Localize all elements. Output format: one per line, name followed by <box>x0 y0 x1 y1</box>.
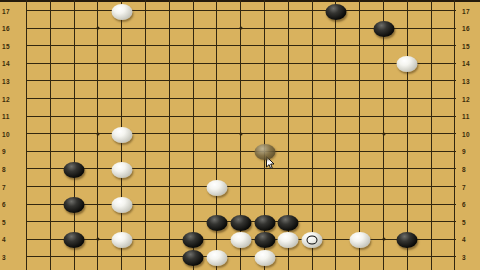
row-label-left-10: 10 <box>2 130 10 137</box>
star-point-D4 <box>96 238 99 241</box>
row-label-left-17: 17 <box>2 7 10 14</box>
stone-black-Q16 <box>373 21 394 37</box>
hover-preview-stone-L9[interactable] <box>254 144 275 160</box>
grid-line-vertical <box>193 0 194 270</box>
row-label-right-12: 12 <box>462 95 470 102</box>
row-label-right-11: 11 <box>462 113 470 120</box>
grid-line-vertical <box>145 0 146 270</box>
stone-black-L5 <box>254 215 275 231</box>
grid-line-vertical <box>335 0 336 270</box>
row-label-left-14: 14 <box>2 60 10 67</box>
row-label-right-13: 13 <box>462 77 470 84</box>
stone-black-H3 <box>183 250 204 266</box>
grid-line-horizontal <box>26 151 456 152</box>
stone-white-R14 <box>397 56 418 72</box>
grid-line-vertical <box>50 0 51 270</box>
row-label-right-9: 9 <box>462 148 466 155</box>
stone-black-L4 <box>254 232 275 248</box>
row-label-left-4: 4 <box>2 236 6 243</box>
grid-line-horizontal <box>26 186 456 187</box>
row-label-left-5: 5 <box>2 218 6 225</box>
stone-white-E6 <box>111 197 132 213</box>
row-label-left-16: 16 <box>2 25 10 32</box>
grid-line-vertical <box>359 0 360 270</box>
grid-line-horizontal <box>26 204 456 205</box>
grid-line-horizontal <box>26 45 456 46</box>
row-label-right-15: 15 <box>462 42 470 49</box>
star-point-D10 <box>96 132 99 135</box>
stone-black-C8 <box>64 162 85 178</box>
row-label-right-8: 8 <box>462 165 466 172</box>
grid-line-vertical <box>454 0 455 270</box>
stone-black-J5 <box>206 215 227 231</box>
star-point-D16 <box>96 27 99 30</box>
grid-line-horizontal <box>26 98 456 99</box>
stone-black-C6 <box>64 197 85 213</box>
row-label-left-6: 6 <box>2 201 6 208</box>
grid-line-vertical <box>169 0 170 270</box>
row-label-right-16: 16 <box>462 25 470 32</box>
row-label-right-4: 4 <box>462 236 466 243</box>
row-label-left-11: 11 <box>2 113 10 120</box>
row-label-right-5: 5 <box>462 218 466 225</box>
grid-line-vertical <box>312 0 313 270</box>
grid-line-vertical <box>407 0 408 270</box>
go-board[interactable]: 1717161615151414131312121111101099887766… <box>0 0 480 270</box>
stone-white-E8 <box>111 162 132 178</box>
stone-white-E4 <box>111 232 132 248</box>
row-label-right-14: 14 <box>462 60 470 67</box>
grid-line-horizontal <box>26 10 456 11</box>
stone-black-K5 <box>230 215 251 231</box>
row-label-left-9: 9 <box>2 148 6 155</box>
grid-line-horizontal <box>26 168 456 169</box>
stone-black-M5 <box>278 215 299 231</box>
stone-black-H4 <box>183 232 204 248</box>
stone-white-K4 <box>230 232 251 248</box>
stone-white-J3 <box>206 250 227 266</box>
row-label-left-7: 7 <box>2 183 6 190</box>
last-move-marker-N4 <box>307 236 318 245</box>
row-label-right-10: 10 <box>462 130 470 137</box>
stone-white-E17 <box>111 4 132 20</box>
star-point-Q10 <box>382 132 385 135</box>
star-point-K10 <box>239 132 242 135</box>
row-label-left-15: 15 <box>2 42 10 49</box>
stone-white-P4 <box>349 232 370 248</box>
stone-white-L3 <box>254 250 275 266</box>
grid-line-horizontal <box>26 256 456 257</box>
row-label-left-3: 3 <box>2 253 6 260</box>
grid-line-horizontal <box>26 80 456 81</box>
row-label-right-7: 7 <box>462 183 466 190</box>
star-point-K16 <box>239 27 242 30</box>
grid-line-horizontal <box>26 116 456 117</box>
grid-line-vertical <box>26 0 27 270</box>
row-label-right-6: 6 <box>462 201 466 208</box>
stone-black-O17 <box>325 4 346 20</box>
row-label-right-3: 3 <box>462 253 466 260</box>
stone-black-R4 <box>397 232 418 248</box>
stone-white-M4 <box>278 232 299 248</box>
row-label-left-8: 8 <box>2 165 6 172</box>
row-label-left-13: 13 <box>2 77 10 84</box>
star-point-Q4 <box>382 238 385 241</box>
grid-line-vertical <box>431 0 432 270</box>
grid-line-horizontal <box>26 63 456 64</box>
stone-black-C4 <box>64 232 85 248</box>
row-label-left-12: 12 <box>2 95 10 102</box>
row-label-right-17: 17 <box>462 7 470 14</box>
grid-line-vertical <box>74 0 75 270</box>
stone-white-E10 <box>111 127 132 143</box>
stone-white-J7 <box>206 180 227 196</box>
